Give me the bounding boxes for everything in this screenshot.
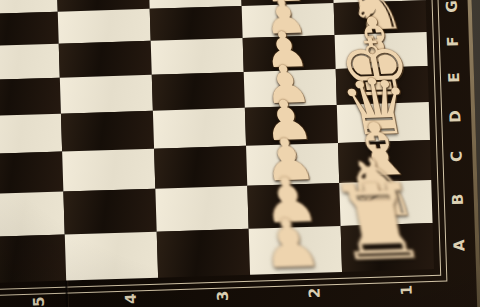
square-a3[interactable] [157, 229, 250, 278]
square-g5[interactable] [0, 12, 59, 47]
white-rook[interactable]: ♜ [322, 170, 435, 276]
square-d5[interactable] [0, 114, 62, 155]
square-a1[interactable]: ♜ [341, 223, 434, 272]
rank-label-3: 3 [214, 290, 232, 301]
file-label-d: D [446, 109, 464, 123]
square-d3[interactable] [153, 108, 246, 149]
square-e4[interactable] [60, 75, 153, 114]
rank-label-4: 4 [122, 293, 140, 304]
file-label-b: B [449, 193, 467, 205]
square-g4[interactable] [58, 9, 151, 44]
square-a5[interactable] [0, 235, 66, 284]
chess-board[interactable]: ♜♟♟♜♞♟♟♞♝♟♟♝♚♟♟♚♛♟♟♛♝♟♟♝♞♟♟♞♜♟♟♜ [0, 0, 434, 292]
file-label-g: G [443, 0, 461, 13]
square-b4[interactable] [63, 189, 156, 235]
file-label-f: F [444, 35, 462, 46]
square-e5[interactable] [0, 78, 61, 117]
square-f4[interactable] [59, 41, 152, 78]
rank-label-2: 2 [306, 287, 324, 298]
board-plane: ♜♟♟♜♞♟♟♞♝♟♟♝♚♟♟♚♛♟♟♛♝♟♟♝♞♟♟♞♜♟♟♜ HGFEDCB… [0, 0, 480, 307]
square-e3[interactable] [152, 72, 245, 111]
rank-label-1: 1 [397, 284, 415, 295]
white-pawn[interactable]: ♟ [253, 210, 326, 279]
square-c4[interactable] [62, 149, 155, 192]
square-d4[interactable] [61, 111, 154, 152]
rank-label-5: 5 [30, 296, 48, 307]
square-f3[interactable] [151, 38, 244, 75]
square-f5[interactable] [0, 44, 60, 81]
square-c3[interactable] [154, 146, 247, 189]
square-c5[interactable] [0, 152, 63, 195]
square-a2[interactable]: ♟ [249, 226, 342, 275]
square-b3[interactable] [155, 186, 248, 232]
board-outer-edge [465, 0, 480, 307]
chess-board-photo: ♜♟♟♜♞♟♟♞♝♟♟♝♚♟♟♚♛♟♟♛♝♟♟♝♞♟♟♞♜♟♟♜ HGFEDCB… [0, 0, 480, 307]
file-label-a: A [450, 239, 468, 252]
square-g3[interactable] [150, 6, 243, 41]
square-b5[interactable] [0, 192, 65, 238]
square-a4[interactable] [65, 232, 158, 281]
file-label-e: E [445, 72, 463, 83]
file-label-c: C [447, 150, 465, 162]
